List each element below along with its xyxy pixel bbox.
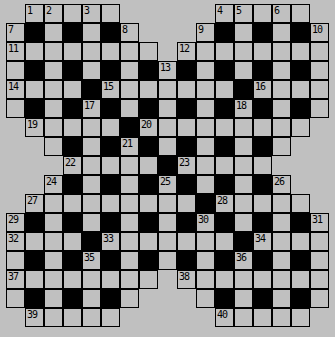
cell-r4c9[interactable]: 13 bbox=[158, 61, 177, 80]
block-cell-r10c6 bbox=[101, 175, 120, 194]
block-cell-r12c2 bbox=[25, 213, 44, 232]
block-cell-r6c16 bbox=[291, 99, 310, 118]
outside-r15c9 bbox=[158, 270, 177, 289]
cell-r15c17[interactable] bbox=[310, 270, 329, 289]
cell-r9c4[interactable]: 22 bbox=[63, 156, 82, 175]
cell-r8c3[interactable] bbox=[44, 137, 63, 156]
block-cell-r13c13 bbox=[234, 232, 253, 251]
cell-r1c14[interactable] bbox=[253, 4, 272, 23]
clue-number-2: 2 bbox=[46, 5, 51, 16]
cell-r9c5[interactable] bbox=[82, 156, 101, 175]
outside-r17c1 bbox=[6, 308, 25, 327]
block-cell-r4c8 bbox=[139, 61, 158, 80]
cell-r14c17[interactable] bbox=[310, 251, 329, 270]
outside-r1c8 bbox=[139, 4, 158, 23]
cell-r11c10[interactable] bbox=[177, 194, 196, 213]
cell-r6c3[interactable] bbox=[44, 99, 63, 118]
outside-r16c10 bbox=[177, 289, 196, 308]
cell-r17c16[interactable] bbox=[291, 308, 310, 327]
outside-r11c17 bbox=[310, 194, 329, 213]
cell-r12c11[interactable]: 30 bbox=[196, 213, 215, 232]
cell-r16c1[interactable] bbox=[6, 289, 25, 308]
block-cell-r8c8 bbox=[139, 137, 158, 156]
cell-r8c9[interactable] bbox=[158, 137, 177, 156]
outside-r9c1 bbox=[6, 156, 25, 175]
cell-r10c9[interactable]: 25 bbox=[158, 175, 177, 194]
outside-r16c8 bbox=[139, 289, 158, 308]
cell-r10c5[interactable] bbox=[82, 175, 101, 194]
cell-r3c7[interactable] bbox=[120, 42, 139, 61]
cell-r13c12[interactable] bbox=[215, 232, 234, 251]
cell-r5c15[interactable] bbox=[272, 80, 291, 99]
block-cell-r14c4 bbox=[63, 251, 82, 270]
block-cell-r16c4 bbox=[63, 289, 82, 308]
clue-number-12: 12 bbox=[179, 43, 189, 54]
cell-r2c13[interactable] bbox=[234, 23, 253, 42]
cell-r17c2[interactable]: 39 bbox=[25, 308, 44, 327]
block-cell-r6c8 bbox=[139, 99, 158, 118]
cell-r13c8[interactable] bbox=[139, 232, 158, 251]
cell-r3c4[interactable] bbox=[63, 42, 82, 61]
block-cell-r6c14 bbox=[253, 99, 272, 118]
cell-r9c13[interactable] bbox=[234, 156, 253, 175]
clue-number-22: 22 bbox=[65, 157, 75, 168]
cell-r4c15[interactable] bbox=[272, 61, 291, 80]
block-cell-r5c5 bbox=[82, 80, 101, 99]
clue-number-35: 35 bbox=[84, 252, 94, 263]
cell-r14c5[interactable]: 35 bbox=[82, 251, 101, 270]
cell-r9c7[interactable] bbox=[120, 156, 139, 175]
clue-number-27: 27 bbox=[27, 195, 37, 206]
block-cell-r16c6 bbox=[101, 289, 120, 308]
cell-r17c5[interactable] bbox=[82, 308, 101, 327]
cell-r10c13[interactable] bbox=[234, 175, 253, 194]
outside-r17c8 bbox=[139, 308, 158, 327]
outside-r9c17 bbox=[310, 156, 329, 175]
cell-r15c8[interactable] bbox=[139, 270, 158, 289]
clue-number-20: 20 bbox=[141, 119, 151, 130]
block-cell-r9c9 bbox=[158, 156, 177, 175]
outside-r8c1 bbox=[6, 137, 25, 156]
outside-r10c17 bbox=[310, 175, 329, 194]
cell-r9c14[interactable] bbox=[253, 156, 272, 175]
clue-number-3: 3 bbox=[84, 5, 89, 16]
block-cell-r14c2 bbox=[25, 251, 44, 270]
cell-r15c10[interactable]: 38 bbox=[177, 270, 196, 289]
cell-r10c15[interactable]: 26 bbox=[272, 175, 291, 194]
cell-r3c15[interactable] bbox=[272, 42, 291, 61]
cell-r12c13[interactable] bbox=[234, 213, 253, 232]
cell-r12c3[interactable] bbox=[44, 213, 63, 232]
block-cell-r7c7 bbox=[120, 118, 139, 137]
cell-r11c7[interactable] bbox=[120, 194, 139, 213]
block-cell-r4c14 bbox=[253, 61, 272, 80]
cell-r15c12[interactable] bbox=[215, 270, 234, 289]
cell-r13c1[interactable]: 32 bbox=[6, 232, 25, 251]
cell-r14c7[interactable] bbox=[120, 251, 139, 270]
cell-r17c12[interactable]: 40 bbox=[215, 308, 234, 327]
cell-r6c5[interactable]: 17 bbox=[82, 99, 101, 118]
cell-r2c7[interactable]: 8 bbox=[120, 23, 139, 42]
block-cell-r4c16 bbox=[291, 61, 310, 80]
outside-r17c10 bbox=[177, 308, 196, 327]
cell-r5c2[interactable] bbox=[25, 80, 44, 99]
cell-r11c14[interactable] bbox=[253, 194, 272, 213]
block-cell-r4c2 bbox=[25, 61, 44, 80]
cell-r5c17[interactable] bbox=[310, 80, 329, 99]
cell-r8c11[interactable] bbox=[196, 137, 215, 156]
cell-r3c3[interactable] bbox=[44, 42, 63, 61]
cell-r11c12[interactable]: 28 bbox=[215, 194, 234, 213]
cell-r2c3[interactable] bbox=[44, 23, 63, 42]
cell-r1c6[interactable] bbox=[101, 4, 120, 23]
cell-r3c16[interactable] bbox=[291, 42, 310, 61]
cell-r4c13[interactable] bbox=[234, 61, 253, 80]
clue-number-11: 11 bbox=[8, 43, 18, 54]
cell-r8c5[interactable] bbox=[82, 137, 101, 156]
cell-r13c16[interactable] bbox=[291, 232, 310, 251]
block-cell-r2c4 bbox=[63, 23, 82, 42]
block-cell-r14c6 bbox=[101, 251, 120, 270]
cell-r16c15[interactable] bbox=[272, 289, 291, 308]
cell-r16c7[interactable] bbox=[120, 289, 139, 308]
cell-r6c1[interactable] bbox=[6, 99, 25, 118]
cell-r13c9[interactable] bbox=[158, 232, 177, 251]
cell-r1c5[interactable]: 3 bbox=[82, 4, 101, 23]
cell-r13c3[interactable] bbox=[44, 232, 63, 251]
cell-r7c8[interactable]: 20 bbox=[139, 118, 158, 137]
block-cell-r13c5 bbox=[82, 232, 101, 251]
cell-r5c12[interactable] bbox=[215, 80, 234, 99]
block-cell-r8c14 bbox=[253, 137, 272, 156]
cell-r10c7[interactable] bbox=[120, 175, 139, 194]
cell-r12c1[interactable]: 29 bbox=[6, 213, 25, 232]
outside-r17c9 bbox=[158, 308, 177, 327]
cell-r16c11[interactable] bbox=[196, 289, 215, 308]
clue-number-7: 7 bbox=[8, 24, 13, 35]
cell-r17c4[interactable] bbox=[63, 308, 82, 327]
cell-r11c13[interactable] bbox=[234, 194, 253, 213]
cell-r15c6[interactable] bbox=[101, 270, 120, 289]
clue-number-10: 10 bbox=[312, 24, 322, 35]
cell-r7c16[interactable] bbox=[291, 118, 310, 137]
block-cell-r8c10 bbox=[177, 137, 196, 156]
clue-number-14: 14 bbox=[8, 81, 18, 92]
cell-r6c17[interactable] bbox=[310, 99, 329, 118]
cell-r3c12[interactable] bbox=[215, 42, 234, 61]
cell-r17c14[interactable] bbox=[253, 308, 272, 327]
cell-r14c13[interactable]: 36 bbox=[234, 251, 253, 270]
outside-r2c10 bbox=[177, 23, 196, 42]
cell-r3c14[interactable] bbox=[253, 42, 272, 61]
cell-r11c5[interactable] bbox=[82, 194, 101, 213]
cell-r13c7[interactable] bbox=[120, 232, 139, 251]
cell-r4c1[interactable] bbox=[6, 61, 25, 80]
cell-r9c6[interactable] bbox=[101, 156, 120, 175]
cell-r8c13[interactable] bbox=[234, 137, 253, 156]
outside-r8c17 bbox=[310, 137, 329, 156]
cell-r14c9[interactable] bbox=[158, 251, 177, 270]
cell-r2c5[interactable] bbox=[82, 23, 101, 42]
cell-r2c11[interactable]: 9 bbox=[196, 23, 215, 42]
outside-r17c17 bbox=[310, 308, 329, 327]
cell-r3c5[interactable] bbox=[82, 42, 101, 61]
cell-r7c10[interactable] bbox=[177, 118, 196, 137]
clue-number-37: 37 bbox=[8, 271, 18, 282]
cell-r7c4[interactable] bbox=[63, 118, 82, 137]
cell-r11c15[interactable] bbox=[272, 194, 291, 213]
cell-r12c5[interactable] bbox=[82, 213, 101, 232]
cell-r11c3[interactable] bbox=[44, 194, 63, 213]
cell-r13c14[interactable]: 34 bbox=[253, 232, 272, 251]
cell-r6c13[interactable]: 18 bbox=[234, 99, 253, 118]
outside-r1c17 bbox=[310, 4, 329, 23]
cell-r15c13[interactable] bbox=[234, 270, 253, 289]
block-cell-r12c6 bbox=[101, 213, 120, 232]
cell-r13c10[interactable] bbox=[177, 232, 196, 251]
cell-r11c4[interactable] bbox=[63, 194, 82, 213]
cell-r16c5[interactable] bbox=[82, 289, 101, 308]
cell-r5c1[interactable]: 14 bbox=[6, 80, 25, 99]
clue-number-6: 6 bbox=[274, 5, 279, 16]
cell-r12c7[interactable] bbox=[120, 213, 139, 232]
outside-r7c1 bbox=[6, 118, 25, 137]
cell-r12c9[interactable] bbox=[158, 213, 177, 232]
cell-r13c17[interactable] bbox=[310, 232, 329, 251]
cell-r15c11[interactable] bbox=[196, 270, 215, 289]
outside-r1c9 bbox=[158, 4, 177, 23]
cell-r14c1[interactable] bbox=[6, 251, 25, 270]
cell-r5c10[interactable] bbox=[177, 80, 196, 99]
clue-number-19: 19 bbox=[27, 119, 37, 130]
cell-r7c3[interactable] bbox=[44, 118, 63, 137]
cell-r2c17[interactable]: 10 bbox=[310, 23, 329, 42]
outside-r10c1 bbox=[6, 175, 25, 194]
clue-number-8: 8 bbox=[122, 24, 127, 35]
clue-number-17: 17 bbox=[84, 100, 94, 111]
block-cell-r10c12 bbox=[215, 175, 234, 194]
block-cell-r4c12 bbox=[215, 61, 234, 80]
cell-r14c15[interactable] bbox=[272, 251, 291, 270]
cell-r17c13[interactable] bbox=[234, 308, 253, 327]
cell-r11c6[interactable] bbox=[101, 194, 120, 213]
cell-r3c13[interactable] bbox=[234, 42, 253, 61]
cell-r4c7[interactable] bbox=[120, 61, 139, 80]
cell-r13c11[interactable] bbox=[196, 232, 215, 251]
outside-r7c17 bbox=[310, 118, 329, 137]
outside-r16c9 bbox=[158, 289, 177, 308]
cell-r15c5[interactable] bbox=[82, 270, 101, 289]
outside-r3c9 bbox=[158, 42, 177, 61]
cell-r4c3[interactable] bbox=[44, 61, 63, 80]
cell-r6c11[interactable] bbox=[196, 99, 215, 118]
cell-r10c3[interactable]: 24 bbox=[44, 175, 63, 194]
clue-number-23: 23 bbox=[179, 157, 189, 168]
block-cell-r2c14 bbox=[253, 23, 272, 42]
block-cell-r2c16 bbox=[291, 23, 310, 42]
cell-r13c6[interactable]: 33 bbox=[101, 232, 120, 251]
cell-r13c4[interactable] bbox=[63, 232, 82, 251]
clue-number-39: 39 bbox=[27, 309, 37, 320]
clue-number-31: 31 bbox=[312, 214, 322, 225]
cell-r5c11[interactable] bbox=[196, 80, 215, 99]
outside-r1c1 bbox=[6, 4, 25, 23]
block-cell-r5c13 bbox=[234, 80, 253, 99]
block-cell-r4c4 bbox=[63, 61, 82, 80]
cell-r5c16[interactable] bbox=[291, 80, 310, 99]
cell-r7c11[interactable] bbox=[196, 118, 215, 137]
cell-r15c4[interactable] bbox=[63, 270, 82, 289]
cell-r8c7[interactable]: 21 bbox=[120, 137, 139, 156]
cell-r6c15[interactable] bbox=[272, 99, 291, 118]
cell-r7c15[interactable] bbox=[272, 118, 291, 137]
block-cell-r2c12 bbox=[215, 23, 234, 42]
cell-r5c7[interactable] bbox=[120, 80, 139, 99]
cell-r3c1[interactable]: 11 bbox=[6, 42, 25, 61]
cell-r14c3[interactable] bbox=[44, 251, 63, 270]
cell-r3c8[interactable] bbox=[139, 42, 158, 61]
cell-r16c3[interactable] bbox=[44, 289, 63, 308]
block-cell-r8c12 bbox=[215, 137, 234, 156]
cell-r2c1[interactable]: 7 bbox=[6, 23, 25, 42]
cell-r11c9[interactable] bbox=[158, 194, 177, 213]
cell-r15c16[interactable] bbox=[291, 270, 310, 289]
cell-r7c2[interactable]: 19 bbox=[25, 118, 44, 137]
cell-r3c6[interactable] bbox=[101, 42, 120, 61]
cell-r4c17[interactable] bbox=[310, 61, 329, 80]
cell-r16c13[interactable] bbox=[234, 289, 253, 308]
cell-r7c13[interactable] bbox=[234, 118, 253, 137]
cell-r5c14[interactable]: 16 bbox=[253, 80, 272, 99]
cell-r15c3[interactable] bbox=[44, 270, 63, 289]
cell-r5c4[interactable] bbox=[63, 80, 82, 99]
cell-r1c4[interactable] bbox=[63, 4, 82, 23]
cell-r17c3[interactable] bbox=[44, 308, 63, 327]
cell-r7c12[interactable] bbox=[215, 118, 234, 137]
block-cell-r8c4 bbox=[63, 137, 82, 156]
clue-number-18: 18 bbox=[236, 100, 246, 111]
clue-number-21: 21 bbox=[122, 138, 132, 149]
cell-r1c12[interactable]: 4 bbox=[215, 4, 234, 23]
cell-r10c11[interactable] bbox=[196, 175, 215, 194]
cell-r3c17[interactable] bbox=[310, 42, 329, 61]
cell-r6c7[interactable] bbox=[120, 99, 139, 118]
cell-r15c7[interactable] bbox=[120, 270, 139, 289]
cell-r5c8[interactable] bbox=[139, 80, 158, 99]
cell-r9c12[interactable] bbox=[215, 156, 234, 175]
cell-r5c6[interactable]: 15 bbox=[101, 80, 120, 99]
block-cell-r14c16 bbox=[291, 251, 310, 270]
cell-r3c10[interactable]: 12 bbox=[177, 42, 196, 61]
block-cell-r11c11 bbox=[196, 194, 215, 213]
clue-number-28: 28 bbox=[217, 195, 227, 206]
cell-r12c15[interactable] bbox=[272, 213, 291, 232]
block-cell-r4c6 bbox=[101, 61, 120, 80]
block-cell-r12c4 bbox=[63, 213, 82, 232]
block-cell-r16c12 bbox=[215, 289, 234, 308]
clue-number-25: 25 bbox=[160, 176, 170, 187]
outside-r9c3 bbox=[44, 156, 63, 175]
cell-r15c1[interactable]: 37 bbox=[6, 270, 25, 289]
cell-r1c13[interactable]: 5 bbox=[234, 4, 253, 23]
cell-r14c11[interactable] bbox=[196, 251, 215, 270]
block-cell-r12c12 bbox=[215, 213, 234, 232]
cell-r1c2[interactable]: 1 bbox=[25, 4, 44, 23]
outside-r1c7 bbox=[120, 4, 139, 23]
cell-r2c15[interactable] bbox=[272, 23, 291, 42]
cell-r13c2[interactable] bbox=[25, 232, 44, 251]
block-cell-r6c10 bbox=[177, 99, 196, 118]
cell-r5c9[interactable] bbox=[158, 80, 177, 99]
block-cell-r12c8 bbox=[139, 213, 158, 232]
cell-r15c2[interactable] bbox=[25, 270, 44, 289]
outside-r9c16 bbox=[291, 156, 310, 175]
cell-r1c3[interactable]: 2 bbox=[44, 4, 63, 23]
block-cell-r16c14 bbox=[253, 289, 272, 308]
cell-r7c5[interactable] bbox=[82, 118, 101, 137]
block-cell-r14c14 bbox=[253, 251, 272, 270]
outside-r17c11 bbox=[196, 308, 215, 327]
clue-number-38: 38 bbox=[179, 271, 189, 282]
clue-number-5: 5 bbox=[236, 5, 241, 16]
cell-r12c17[interactable]: 31 bbox=[310, 213, 329, 232]
outside-r1c10 bbox=[177, 4, 196, 23]
clue-number-13: 13 bbox=[160, 62, 170, 73]
cell-r3c2[interactable] bbox=[25, 42, 44, 61]
cell-r1c15[interactable]: 6 bbox=[272, 4, 291, 23]
cell-r3c11[interactable] bbox=[196, 42, 215, 61]
block-cell-r8c6 bbox=[101, 137, 120, 156]
cell-r7c9[interactable] bbox=[158, 118, 177, 137]
cell-r9c8[interactable] bbox=[139, 156, 158, 175]
cell-r16c17[interactable] bbox=[310, 289, 329, 308]
outside-r1c11 bbox=[196, 4, 215, 23]
clue-number-40: 40 bbox=[217, 309, 227, 320]
clue-number-4: 4 bbox=[217, 5, 222, 16]
cell-r11c8[interactable] bbox=[139, 194, 158, 213]
cell-r15c14[interactable] bbox=[253, 270, 272, 289]
cell-r7c6[interactable] bbox=[101, 118, 120, 137]
cell-r6c9[interactable] bbox=[158, 99, 177, 118]
cell-r1c16[interactable] bbox=[291, 4, 310, 23]
outside-r8c2 bbox=[25, 137, 44, 156]
outside-r2c8 bbox=[139, 23, 158, 42]
block-cell-r10c8 bbox=[139, 175, 158, 194]
cell-r13c15[interactable] bbox=[272, 232, 291, 251]
cell-r11c16[interactable] bbox=[291, 194, 310, 213]
block-cell-r4c10 bbox=[177, 61, 196, 80]
block-cell-r16c16 bbox=[291, 289, 310, 308]
cell-r15c15[interactable] bbox=[272, 270, 291, 289]
crossword-grid: 1234567891011121314151617181920212223242… bbox=[6, 4, 329, 327]
clue-number-15: 15 bbox=[103, 81, 113, 92]
block-cell-r12c10 bbox=[177, 213, 196, 232]
block-cell-r10c14 bbox=[253, 175, 272, 194]
cell-r17c15[interactable] bbox=[272, 308, 291, 327]
cell-r17c6[interactable] bbox=[101, 308, 120, 327]
cell-r9c11[interactable] bbox=[196, 156, 215, 175]
clue-number-33: 33 bbox=[103, 233, 113, 244]
cell-r4c11[interactable] bbox=[196, 61, 215, 80]
cell-r7c14[interactable] bbox=[253, 118, 272, 137]
cell-r4c5[interactable] bbox=[82, 61, 101, 80]
outside-r9c2 bbox=[25, 156, 44, 175]
block-cell-r2c2 bbox=[25, 23, 44, 42]
cell-r8c15[interactable] bbox=[272, 137, 291, 156]
cell-r11c2[interactable]: 27 bbox=[25, 194, 44, 213]
cell-r9c10[interactable]: 23 bbox=[177, 156, 196, 175]
cell-r5c3[interactable] bbox=[44, 80, 63, 99]
